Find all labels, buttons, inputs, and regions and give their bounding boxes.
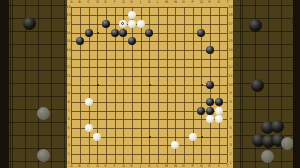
stone-white (171, 141, 179, 149)
stone-white (206, 115, 214, 123)
stone-white (128, 11, 136, 19)
stone-black (102, 20, 110, 28)
grid-line-vertical (219, 7, 220, 163)
coord-label-left: 1 (65, 161, 70, 164)
coord-label-left: 3 (65, 144, 70, 147)
coord-label-top: E (103, 0, 108, 3)
grid-line-vertical (175, 7, 176, 163)
coord-label-left: 14 (65, 48, 70, 51)
coord-label-right: 3 (227, 144, 232, 147)
coord-label-left: 6 (65, 118, 70, 121)
star-point (201, 136, 203, 138)
coord-label-right: 10 (227, 83, 232, 86)
stone-black (145, 29, 153, 37)
coord-label-top: D (95, 0, 100, 3)
stone-black (206, 107, 214, 115)
coord-label-right: 8 (227, 100, 232, 103)
grid-line-horizontal (71, 93, 227, 94)
grid-line-horizontal (71, 119, 227, 120)
stone-white (189, 133, 197, 141)
grid-line-horizontal (71, 145, 227, 146)
coord-label-bottom: K (147, 164, 152, 167)
coord-label-bottom: M (164, 164, 169, 167)
coord-label-bottom: F (112, 164, 117, 167)
coord-label-top: N (173, 0, 178, 3)
stone-black (85, 29, 93, 37)
coord-label-top: C (86, 0, 91, 3)
coord-label-right: 1 (227, 161, 232, 164)
stone-black (206, 46, 214, 54)
coord-label-top: L (155, 0, 160, 3)
stone-black (111, 29, 119, 37)
coord-label-top: R (207, 0, 212, 3)
left-neighbor-board[interactable] (0, 0, 67, 168)
stone-black (128, 37, 136, 45)
coord-label-bottom: R (207, 164, 212, 167)
coord-label-bottom: P (190, 164, 195, 167)
coord-label-right: 13 (227, 57, 232, 60)
coord-label-right: 9 (227, 92, 232, 95)
coord-label-right: 19 (227, 5, 232, 8)
coord-label-left: 7 (65, 109, 70, 112)
coord-label-right: 2 (227, 152, 232, 155)
coord-label-left: 15 (65, 40, 70, 43)
coord-label-left: 9 (65, 92, 70, 95)
coord-label-top: J (138, 0, 143, 3)
coord-label-right: 18 (227, 14, 232, 17)
coord-label-left: 8 (65, 100, 70, 103)
coord-label-left: 2 (65, 152, 70, 155)
coord-label-left: 10 (65, 83, 70, 86)
coord-label-top: Q (199, 0, 204, 3)
coord-label-left: 17 (65, 22, 70, 25)
stone-black (206, 98, 214, 106)
coord-label-bottom: D (95, 164, 100, 167)
stone-black (197, 107, 205, 115)
coord-label-left: 19 (65, 5, 70, 8)
coord-label-top: H (129, 0, 134, 3)
screen: AABBCCDDEEFFGGHHJJKKLLMMNNOOPPQQRRSSTT19… (0, 0, 300, 168)
last-move-marker (121, 22, 125, 26)
grid-line-horizontal (71, 154, 227, 155)
coord-label-right: 6 (227, 118, 232, 121)
coord-label-left: 12 (65, 66, 70, 69)
coord-label-right: 16 (227, 31, 232, 34)
coord-label-bottom: N (173, 164, 178, 167)
star-point (149, 136, 151, 138)
coord-label-right: 15 (227, 40, 232, 43)
stone-white (85, 124, 93, 132)
coord-label-bottom: Q (199, 164, 204, 167)
grid-line-horizontal (71, 128, 227, 129)
panel-dim-overlay (233, 0, 300, 168)
coord-label-bottom: B (77, 164, 82, 167)
stone-black (206, 81, 214, 89)
right-edge-band (293, 0, 300, 168)
stone-white (85, 98, 93, 106)
coord-label-right: 7 (227, 109, 232, 112)
left-edge-band (0, 0, 9, 168)
coord-label-top: T (225, 0, 230, 3)
coord-label-bottom: H (129, 164, 134, 167)
coord-label-right: 11 (227, 74, 232, 77)
stone-white (215, 107, 223, 115)
coord-label-bottom: G (121, 164, 126, 167)
coord-label-left: 18 (65, 14, 70, 17)
grid-line-vertical (184, 7, 185, 163)
coord-label-right: 5 (227, 126, 232, 129)
coord-label-left: 13 (65, 57, 70, 60)
stone-white (137, 20, 145, 28)
right-neighbor-board[interactable] (233, 0, 300, 168)
coord-label-top: K (147, 0, 152, 3)
coord-label-bottom: O (181, 164, 186, 167)
coord-label-right: 17 (227, 22, 232, 25)
coord-label-left: 4 (65, 135, 70, 138)
coord-label-left: 5 (65, 126, 70, 129)
coord-label-top: F (112, 0, 117, 3)
coord-label-top: M (164, 0, 169, 3)
coord-label-bottom: L (155, 164, 160, 167)
coord-label-left: 11 (65, 74, 70, 77)
stone-white (215, 115, 223, 123)
star-point (97, 32, 99, 34)
coord-label-bottom: E (103, 164, 108, 167)
coord-label-right: 14 (227, 48, 232, 51)
stone-white (128, 20, 136, 28)
star-point (201, 84, 203, 86)
coord-label-left: 16 (65, 31, 70, 34)
grid-line-vertical (167, 7, 168, 163)
coord-label-bottom: S (216, 164, 221, 167)
coord-label-top: G (121, 0, 126, 3)
coord-label-top: B (77, 0, 82, 3)
goban[interactable]: AABBCCDDEEFFGGHHJJKKLLMMNNOOPPQQRRSSTT19… (67, 0, 233, 168)
coord-label-top: A (69, 0, 74, 3)
star-point (97, 84, 99, 86)
coord-label-top: S (216, 0, 221, 3)
coord-label-bottom: C (86, 164, 91, 167)
grid-line-vertical (158, 7, 159, 163)
coord-label-top: P (190, 0, 195, 3)
stone-black (119, 29, 127, 37)
panel-dim-overlay (0, 0, 67, 168)
grid-line-horizontal (71, 102, 227, 103)
stone-white (119, 20, 127, 28)
coord-label-bottom: J (138, 164, 143, 167)
star-point (149, 84, 151, 86)
coord-label-right: 4 (227, 135, 232, 138)
stone-white (93, 133, 101, 141)
coord-label-right: 12 (227, 66, 232, 69)
stone-black (215, 98, 223, 106)
stone-black (76, 37, 84, 45)
coord-label-top: O (181, 0, 186, 3)
stone-black (197, 29, 205, 37)
